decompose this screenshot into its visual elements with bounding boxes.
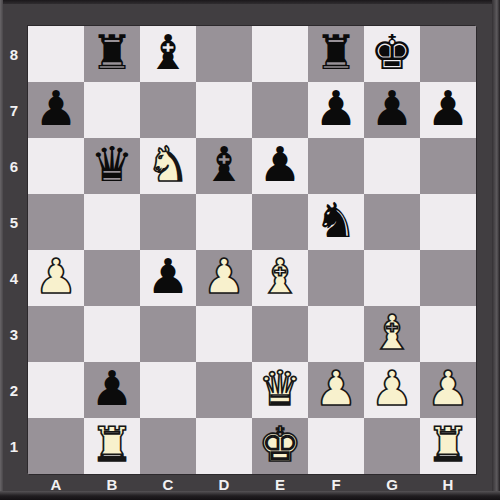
square-e5[interactable]: [252, 194, 308, 250]
square-c5[interactable]: [140, 194, 196, 250]
file-labels: ABCDEFGH: [28, 474, 476, 494]
square-d1[interactable]: [196, 418, 252, 474]
file-label-b: B: [84, 474, 140, 494]
square-g7[interactable]: ♟: [364, 82, 420, 138]
square-g8[interactable]: ♚: [364, 26, 420, 82]
square-g1[interactable]: [364, 418, 420, 474]
square-g6[interactable]: [364, 138, 420, 194]
square-d5[interactable]: [196, 194, 252, 250]
black-pawn-g7: ♟: [370, 82, 413, 136]
white-pawn-h2: ♟: [426, 362, 469, 416]
white-queen-e2: ♛: [258, 362, 301, 416]
square-a5[interactable]: [28, 194, 84, 250]
square-c1[interactable]: [140, 418, 196, 474]
square-b2[interactable]: ♟: [84, 362, 140, 418]
rank-label-3: 3: [0, 306, 28, 362]
square-h8[interactable]: [420, 26, 476, 82]
square-g5[interactable]: [364, 194, 420, 250]
square-h7[interactable]: ♟: [420, 82, 476, 138]
square-e3[interactable]: [252, 306, 308, 362]
square-h3[interactable]: [420, 306, 476, 362]
rank-label-4: 4: [0, 250, 28, 306]
rank-label-2: 2: [0, 362, 28, 418]
square-g3[interactable]: ♝: [364, 306, 420, 362]
square-e6[interactable]: ♟: [252, 138, 308, 194]
rank-label-8: 8: [0, 26, 28, 82]
rank-label-1: 1: [0, 418, 28, 474]
black-pawn-e6: ♟: [258, 138, 301, 192]
chess-board-diagram: 87654321 ♜♝♜♚♟♟♟♟♛♞♝♟♞♟♟♟♝♝♟♛♟♟♟♜♚♜ ABCD…: [0, 0, 500, 500]
rank-label-7: 7: [0, 82, 28, 138]
rank-labels: 87654321: [0, 26, 28, 474]
white-pawn-f2: ♟: [314, 362, 357, 416]
square-a3[interactable]: [28, 306, 84, 362]
white-rook-h1: ♜: [426, 418, 469, 472]
file-label-c: C: [140, 474, 196, 494]
square-c7[interactable]: [140, 82, 196, 138]
black-bishop-c8: ♝: [146, 26, 189, 80]
square-c6[interactable]: ♞: [140, 138, 196, 194]
square-a1[interactable]: [28, 418, 84, 474]
white-bishop-e4: ♝: [258, 250, 301, 304]
square-b6[interactable]: ♛: [84, 138, 140, 194]
square-b1[interactable]: ♜: [84, 418, 140, 474]
square-a6[interactable]: [28, 138, 84, 194]
black-pawn-h7: ♟: [426, 82, 469, 136]
frame-right-edge: [492, 0, 500, 500]
square-d2[interactable]: [196, 362, 252, 418]
square-d7[interactable]: [196, 82, 252, 138]
square-b8[interactable]: ♜: [84, 26, 140, 82]
white-pawn-g2: ♟: [370, 362, 413, 416]
file-label-f: F: [308, 474, 364, 494]
square-h4[interactable]: [420, 250, 476, 306]
square-e2[interactable]: ♛: [252, 362, 308, 418]
rank-label-5: 5: [0, 194, 28, 250]
square-b4[interactable]: [84, 250, 140, 306]
white-bishop-g3: ♝: [370, 306, 413, 360]
square-d3[interactable]: [196, 306, 252, 362]
frame-top-edge: [0, 0, 500, 4]
white-knight-c6: ♞: [146, 138, 189, 192]
square-e8[interactable]: [252, 26, 308, 82]
square-h2[interactable]: ♟: [420, 362, 476, 418]
white-king-e1: ♚: [258, 418, 301, 472]
square-g2[interactable]: ♟: [364, 362, 420, 418]
square-f8[interactable]: ♜: [308, 26, 364, 82]
black-bishop-d6: ♝: [202, 138, 245, 192]
square-f4[interactable]: [308, 250, 364, 306]
file-label-a: A: [28, 474, 84, 494]
white-pawn-d4: ♟: [202, 250, 245, 304]
black-king-g8: ♚: [370, 26, 413, 80]
square-h5[interactable]: [420, 194, 476, 250]
square-d6[interactable]: ♝: [196, 138, 252, 194]
black-rook-b8: ♜: [90, 26, 133, 80]
square-e1[interactable]: ♚: [252, 418, 308, 474]
square-b7[interactable]: [84, 82, 140, 138]
black-knight-f5: ♞: [314, 194, 357, 248]
white-rook-b1: ♜: [90, 418, 133, 472]
square-g4[interactable]: [364, 250, 420, 306]
square-a2[interactable]: [28, 362, 84, 418]
white-pawn-a4: ♟: [34, 250, 77, 304]
black-pawn-a7: ♟: [34, 82, 77, 136]
black-rook-f8: ♜: [314, 26, 357, 80]
square-e7[interactable]: [252, 82, 308, 138]
square-c2[interactable]: [140, 362, 196, 418]
square-c4[interactable]: ♟: [140, 250, 196, 306]
square-c3[interactable]: [140, 306, 196, 362]
file-label-d: D: [196, 474, 252, 494]
black-pawn-f7: ♟: [314, 82, 357, 136]
square-f3[interactable]: [308, 306, 364, 362]
board: ♜♝♜♚♟♟♟♟♛♞♝♟♞♟♟♟♝♝♟♛♟♟♟♜♚♜: [28, 26, 476, 474]
black-pawn-b2: ♟: [90, 362, 133, 416]
file-label-h: H: [420, 474, 476, 494]
square-h1[interactable]: ♜: [420, 418, 476, 474]
square-b3[interactable]: [84, 306, 140, 362]
square-a8[interactable]: [28, 26, 84, 82]
square-c8[interactable]: ♝: [140, 26, 196, 82]
square-d8[interactable]: [196, 26, 252, 82]
file-label-e: E: [252, 474, 308, 494]
square-a7[interactable]: ♟: [28, 82, 84, 138]
file-label-g: G: [364, 474, 420, 494]
black-pawn-c4: ♟: [146, 250, 189, 304]
black-queen-b6: ♛: [90, 138, 133, 192]
square-f5[interactable]: ♞: [308, 194, 364, 250]
square-d4[interactable]: ♟: [196, 250, 252, 306]
rank-label-6: 6: [0, 138, 28, 194]
square-e4[interactable]: ♝: [252, 250, 308, 306]
square-f1[interactable]: [308, 418, 364, 474]
square-f2[interactable]: ♟: [308, 362, 364, 418]
square-f7[interactable]: ♟: [308, 82, 364, 138]
square-f6[interactable]: [308, 138, 364, 194]
square-h6[interactable]: [420, 138, 476, 194]
square-a4[interactable]: ♟: [28, 250, 84, 306]
square-b5[interactable]: [84, 194, 140, 250]
